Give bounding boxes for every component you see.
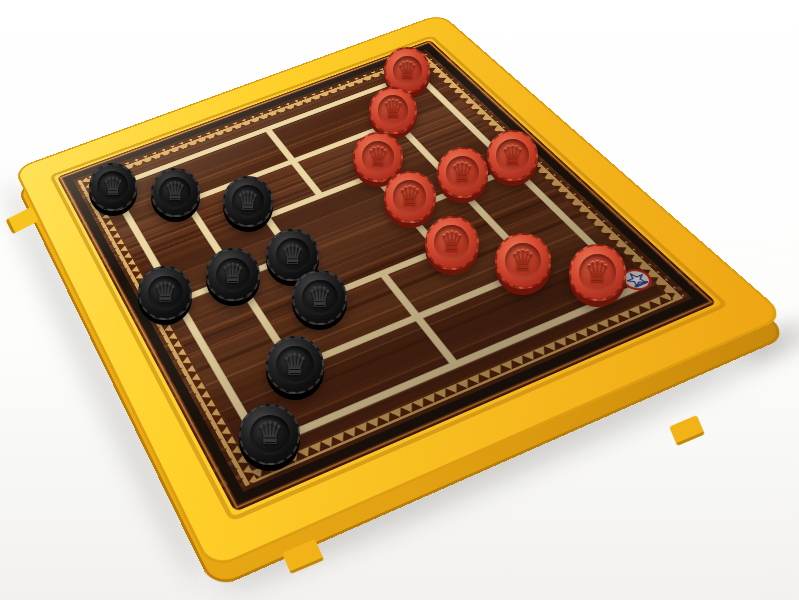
product-photo-trilha-board-scene: ♛♛♛♛♛♛♛♛♛♛♛♛♛♛♛♛♛♛ bbox=[0, 0, 799, 600]
checker-piece-black-a7[interactable]: ♛ bbox=[89, 163, 137, 211]
crown-emboss-icon: ♛ bbox=[451, 160, 474, 186]
crown-emboss-icon: ♛ bbox=[102, 175, 124, 199]
crown-emboss-icon: ♛ bbox=[398, 184, 421, 210]
checker-piece-red-f4[interactable]: ♛ bbox=[437, 147, 488, 198]
checker-piece-red-f6[interactable]: ♛ bbox=[369, 87, 417, 135]
crown-emboss-icon: ♛ bbox=[367, 145, 389, 170]
crown-emboss-icon: ♛ bbox=[440, 229, 464, 256]
checker-piece-red-g4[interactable]: ♛ bbox=[487, 130, 538, 181]
crown-emboss-icon: ♛ bbox=[585, 258, 611, 287]
crown-emboss-icon: ♛ bbox=[501, 143, 524, 168]
crown-emboss-icon: ♛ bbox=[153, 280, 177, 307]
crown-emboss-icon: ♛ bbox=[397, 59, 417, 82]
checker-piece-black-b6[interactable]: ♛ bbox=[151, 168, 200, 217]
crown-emboss-icon: ♛ bbox=[511, 247, 536, 275]
crown-emboss-icon: ♛ bbox=[308, 284, 333, 311]
checker-piece-red-g1[interactable]: ♛ bbox=[569, 244, 626, 301]
crown-emboss-icon: ♛ bbox=[221, 261, 245, 288]
crown-emboss-icon: ♛ bbox=[382, 98, 403, 122]
checker-piece-red-e4[interactable]: ♛ bbox=[384, 171, 436, 223]
checker-piece-black-b2[interactable]: ♛ bbox=[266, 336, 324, 394]
checker-piece-black-b4[interactable]: ♛ bbox=[206, 248, 259, 301]
checker-piece-red-f2[interactable]: ♛ bbox=[495, 233, 551, 289]
pieces-layer: ♛♛♛♛♛♛♛♛♛♛♛♛♛♛♛♛♛♛ bbox=[0, 0, 799, 600]
checker-piece-black-a4[interactable]: ♛ bbox=[138, 266, 192, 320]
checker-piece-black-c3[interactable]: ♛ bbox=[292, 270, 347, 325]
checker-piece-red-e3[interactable]: ♛ bbox=[425, 216, 479, 270]
crown-emboss-icon: ♛ bbox=[256, 419, 283, 450]
crown-emboss-icon: ♛ bbox=[281, 242, 305, 268]
crown-emboss-icon: ♛ bbox=[282, 351, 308, 380]
checker-piece-black-c5[interactable]: ♛ bbox=[223, 176, 274, 227]
checker-piece-black-a1[interactable]: ♛ bbox=[239, 404, 300, 465]
crown-emboss-icon: ♛ bbox=[236, 189, 259, 214]
crown-emboss-icon: ♛ bbox=[164, 180, 186, 205]
